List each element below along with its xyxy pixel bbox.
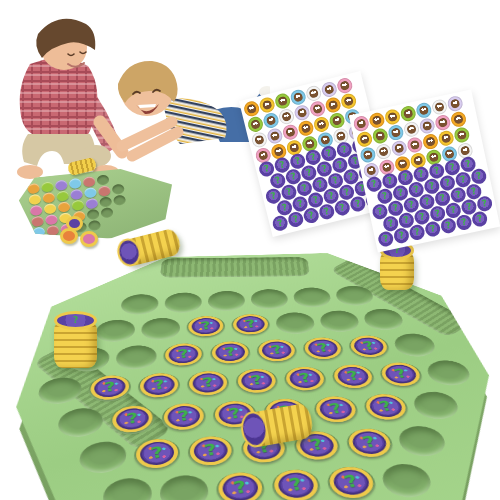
mini-animal-token [71,200,84,211]
mini-animal-token [85,198,98,209]
board-hole: ? [133,438,180,471]
face-down-token: ? [139,372,178,398]
question-token-sticker: ? [393,227,411,245]
question-token-sticker: ? [333,199,351,217]
board-hole: ? [271,468,323,500]
board-hole: ? [231,313,271,336]
face-down-token: ? [135,438,178,469]
boy-left [17,19,122,179]
face-down-token: ? [237,368,277,393]
face-down-token: ? [165,342,202,365]
board-hole [78,440,127,474]
mini-animal-token [28,194,41,205]
board-hole [56,407,104,438]
question-token-sticker: ? [318,203,336,221]
face-down-token: ? [284,366,326,391]
question-token-sticker: ? [287,210,305,228]
mini-animal-token [98,185,111,196]
question-token-sticker: ? [408,223,426,241]
mini-board-hole [96,174,109,185]
face-down-token: ? [164,402,205,430]
board-hole [318,310,361,333]
mini-animal-token [56,190,69,201]
question-token-sticker: ? [302,207,320,225]
mini-animal-token [57,201,70,212]
board-hole: ? [235,368,279,395]
board-hole: ? [163,342,204,367]
board-hole [208,290,246,311]
mini-board-hole [100,207,113,218]
face-down-token: ? [89,374,130,400]
board-hole [395,425,449,457]
question-token-sticker: ? [349,195,367,213]
face-down-token: ? [232,313,269,334]
board-hole: ? [188,435,235,468]
question-token-sticker: ? [424,220,442,238]
board-hole [292,287,332,308]
face-down-token: ? [218,471,264,500]
board-hole: ? [344,427,396,459]
product-image: ??????????????????????????????????? ????… [0,0,500,500]
mini-animal-token [41,181,54,192]
face-down-token: ? [303,337,343,360]
mini-animal-token [55,180,68,191]
board-hole [160,474,209,500]
board-hole [379,463,435,499]
board-hole [334,285,376,306]
board-hole: ? [283,366,329,393]
mini-animal-token [84,187,97,198]
board-hole: ? [137,372,180,400]
board-hole: ? [312,395,361,425]
mini-animal-token [44,203,57,214]
mini-animal-token [70,189,83,200]
board-hole: ? [210,340,251,365]
face-down-token: ? [363,393,409,420]
mini-board-hole [87,209,100,220]
face-down-token: ? [111,405,153,433]
face-down-token: ? [190,435,233,466]
board-surface: ???????????????????????????? [0,247,500,500]
mini-board-hole [99,196,112,207]
question-token-sticker: ? [455,214,473,232]
face-down-token: ? [273,468,321,500]
board-hole: ? [361,393,411,422]
board-grid: ???????????????????????????? [0,247,500,500]
board-hole: ? [301,336,345,361]
board-hole [424,359,474,386]
board-hole: ? [256,338,299,363]
children-photo [0,4,270,244]
question-token-sticker: ? [271,214,289,232]
board-hole: ? [347,335,393,360]
board-hole: ? [377,361,425,388]
mini-board-hole [112,184,125,195]
face-down-token: ? [189,370,228,395]
board-hole [95,319,136,343]
board-hole: ? [325,465,379,500]
board-hole [392,333,439,358]
game-board: ???????????????????????????? ? ? [18,228,488,498]
face-down-token: ? [314,395,358,422]
question-token-sticker: ? [471,210,489,228]
board-hole [120,293,158,315]
stack-top-token: ? [54,311,97,330]
mini-animal-token [45,214,58,225]
board-hole [275,311,317,334]
board-hole: ? [330,364,377,391]
board-hole: ? [87,374,132,402]
mini-animal-token [83,176,96,187]
board-hole: ? [216,471,266,500]
mini-animal-token [42,192,55,203]
token-stack-left: ? [54,320,97,368]
board-hole: ? [109,405,155,435]
board-hole: ? [187,370,230,398]
face-down-token: ? [348,335,390,358]
face-down-token: ? [257,338,296,361]
question-token-sticker: ? [377,230,395,248]
mini-animal-token [31,216,44,227]
board-hole [102,477,153,500]
face-down-token: ? [379,361,423,386]
face-down-token: ? [332,364,375,389]
mini-animal-token [30,205,43,216]
face-down-token: ? [212,340,250,363]
face-down-token: ? [188,315,224,337]
board-hole [250,288,289,309]
mini-board-hole [113,195,126,206]
board-hole [36,376,83,404]
board-hole: ? [162,402,206,432]
question-token-sticker: ? [440,217,458,235]
board-hole [362,308,406,331]
board-hole [165,292,202,314]
board-hole [141,317,180,340]
board-hole [115,344,157,369]
face-down-token: ? [346,427,394,457]
board-hole [410,391,462,420]
face-down-token: ? [327,465,376,498]
mini-animal-token [69,178,82,189]
token-stack-top-right: ? [380,250,414,290]
board-hole: ? [187,315,226,338]
